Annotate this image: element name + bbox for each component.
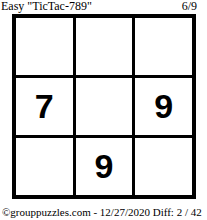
cell-r2c1[interactable]: 7 (16, 78, 73, 135)
cell-r3c3[interactable] (135, 138, 192, 195)
footer-credit: ©grouppuzzles.com - 12/27/2020 Diff: 2 /… (2, 206, 202, 218)
cell-r2c2[interactable] (76, 78, 133, 135)
progress-counter: 6/9 (182, 0, 197, 13)
cell-r2c3[interactable]: 9 (135, 78, 192, 135)
cell-r1c1[interactable] (16, 18, 73, 75)
cell-r3c1[interactable] (16, 138, 73, 195)
tictac-grid: 799 (12, 14, 196, 199)
puzzle-title: Easy "TicTac-789" (1, 0, 92, 13)
header: Easy "TicTac-789" 6/9 (1, 0, 197, 13)
cell-r1c3[interactable] (135, 18, 192, 75)
cell-r3c2[interactable]: 9 (76, 138, 133, 195)
cell-r1c2[interactable] (76, 18, 133, 75)
